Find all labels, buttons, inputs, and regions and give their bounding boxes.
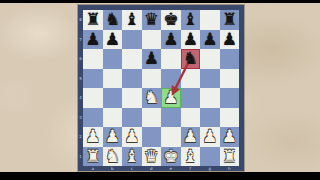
- square-g5[interactable]: [200, 69, 220, 89]
- square-e4[interactable]: ♟: [161, 88, 181, 108]
- square-h2[interactable]: ♟: [220, 127, 240, 147]
- black-piece-f6: ♞: [183, 49, 198, 69]
- square-g3[interactable]: [200, 108, 220, 128]
- square-e6[interactable]: [161, 49, 181, 69]
- black-piece-c8: ♝: [124, 10, 139, 30]
- square-e2[interactable]: [161, 127, 181, 147]
- square-e1[interactable]: ♚: [161, 147, 181, 167]
- file-label-e: e: [161, 166, 181, 171]
- square-h3[interactable]: [220, 108, 240, 128]
- square-b5[interactable]: [103, 69, 123, 89]
- black-piece-e8: ♚: [163, 10, 178, 30]
- square-f7[interactable]: ♟: [181, 30, 201, 50]
- square-e5[interactable]: [161, 69, 181, 89]
- white-piece-h1: ♜: [222, 147, 237, 167]
- square-a7[interactable]: ♟: [83, 30, 103, 50]
- square-a1[interactable]: ♜: [83, 147, 103, 167]
- white-piece-b2: ♟: [105, 127, 120, 147]
- file-label-a: a: [83, 166, 103, 171]
- white-piece-h2: ♟: [222, 127, 237, 147]
- square-a8[interactable]: ♜: [83, 10, 103, 30]
- white-piece-g2: ♟: [202, 127, 217, 147]
- file-label-d: d: [142, 166, 162, 171]
- square-a4[interactable]: [83, 88, 103, 108]
- square-f6[interactable]: ♞: [181, 49, 201, 69]
- square-f2[interactable]: ♟: [181, 127, 201, 147]
- black-piece-h8: ♜: [222, 10, 237, 30]
- white-piece-f1: ♝: [183, 147, 198, 167]
- square-h4[interactable]: [220, 88, 240, 108]
- file-label-h: h: [220, 166, 240, 171]
- white-piece-c1: ♝: [124, 147, 139, 167]
- black-piece-d6: ♟: [144, 49, 159, 69]
- marble-background: 87654321 abcdefgh ♜♞♝♛♚♝♜♟♟♟♟♟♟♟♞♞♟♟♟♟♟♟…: [0, 3, 320, 172]
- square-c6[interactable]: [122, 49, 142, 69]
- square-g4[interactable]: [200, 88, 220, 108]
- square-c1[interactable]: ♝: [122, 147, 142, 167]
- square-b3[interactable]: [103, 108, 123, 128]
- white-piece-d1: ♛: [144, 147, 159, 167]
- square-f8[interactable]: ♝: [181, 10, 201, 30]
- square-d3[interactable]: [142, 108, 162, 128]
- chess-board: 87654321 abcdefgh ♜♞♝♛♚♝♜♟♟♟♟♟♟♟♞♞♟♟♟♟♟♟…: [78, 5, 244, 171]
- square-d8[interactable]: ♛: [142, 10, 162, 30]
- square-h5[interactable]: [220, 69, 240, 89]
- black-piece-b7: ♟: [105, 30, 120, 50]
- square-e3[interactable]: [161, 108, 181, 128]
- square-g6[interactable]: [200, 49, 220, 69]
- square-b7[interactable]: ♟: [103, 30, 123, 50]
- white-piece-e1: ♚: [163, 147, 178, 167]
- white-piece-f2: ♟: [183, 127, 198, 147]
- square-f5[interactable]: [181, 69, 201, 89]
- square-f1[interactable]: ♝: [181, 147, 201, 167]
- white-piece-b1: ♞: [105, 147, 120, 167]
- square-b6[interactable]: [103, 49, 123, 69]
- black-piece-f7: ♟: [183, 30, 198, 50]
- square-c4[interactable]: [122, 88, 142, 108]
- black-piece-b8: ♞: [105, 10, 120, 30]
- square-a3[interactable]: [83, 108, 103, 128]
- black-piece-a8: ♜: [85, 10, 100, 30]
- square-a5[interactable]: [83, 69, 103, 89]
- square-g2[interactable]: ♟: [200, 127, 220, 147]
- square-b8[interactable]: ♞: [103, 10, 123, 30]
- black-piece-g7: ♟: [202, 30, 217, 50]
- file-label-f: f: [181, 166, 201, 171]
- square-e7[interactable]: ♟: [161, 30, 181, 50]
- square-e8[interactable]: ♚: [161, 10, 181, 30]
- square-h6[interactable]: [220, 49, 240, 69]
- white-piece-a1: ♜: [85, 147, 100, 167]
- white-piece-c2: ♟: [124, 127, 139, 147]
- square-a6[interactable]: [83, 49, 103, 69]
- black-piece-a7: ♟: [85, 30, 100, 50]
- square-d2[interactable]: [142, 127, 162, 147]
- square-d7[interactable]: [142, 30, 162, 50]
- square-c8[interactable]: ♝: [122, 10, 142, 30]
- white-piece-a2: ♟: [85, 127, 100, 147]
- square-b1[interactable]: ♞: [103, 147, 123, 167]
- square-h1[interactable]: ♜: [220, 147, 240, 167]
- square-d4[interactable]: ♞: [142, 88, 162, 108]
- square-c7[interactable]: [122, 30, 142, 50]
- file-label-b: b: [103, 166, 123, 171]
- square-g1[interactable]: [200, 147, 220, 167]
- square-g7[interactable]: ♟: [200, 30, 220, 50]
- black-piece-e7: ♟: [163, 30, 178, 50]
- square-b4[interactable]: [103, 88, 123, 108]
- file-labels: abcdefgh: [83, 166, 239, 171]
- board-grid: ♜♞♝♛♚♝♜♟♟♟♟♟♟♟♞♞♟♟♟♟♟♟♟♜♞♝♛♚♝♜: [83, 10, 239, 166]
- square-a2[interactable]: ♟: [83, 127, 103, 147]
- square-c2[interactable]: ♟: [122, 127, 142, 147]
- square-b2[interactable]: ♟: [103, 127, 123, 147]
- black-piece-d8: ♛: [144, 10, 159, 30]
- square-f4[interactable]: [181, 88, 201, 108]
- file-label-c: c: [122, 166, 142, 171]
- square-g8[interactable]: [200, 10, 220, 30]
- black-piece-f8: ♝: [183, 10, 198, 30]
- white-piece-d4: ♞: [144, 88, 159, 108]
- square-f3[interactable]: [181, 108, 201, 128]
- video-frame: 87654321 abcdefgh ♜♞♝♛♚♝♜♟♟♟♟♟♟♟♞♞♟♟♟♟♟♟…: [0, 0, 320, 180]
- square-h8[interactable]: ♜: [220, 10, 240, 30]
- black-piece-h7: ♟: [222, 30, 237, 50]
- file-label-g: g: [200, 166, 220, 171]
- square-d6[interactable]: ♟: [142, 49, 162, 69]
- square-c3[interactable]: [122, 108, 142, 128]
- square-c5[interactable]: [122, 69, 142, 89]
- white-piece-e4: ♟: [163, 88, 178, 108]
- square-h7[interactable]: ♟: [220, 30, 240, 50]
- square-d1[interactable]: ♛: [142, 147, 162, 167]
- square-d5[interactable]: [142, 69, 162, 89]
